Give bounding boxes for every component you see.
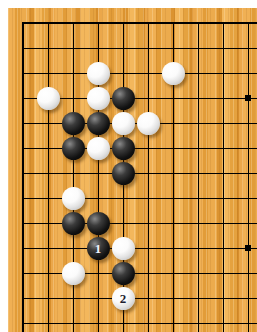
grid-line-vertical: [223, 22, 224, 332]
grid-line-horizontal: [22, 173, 257, 174]
white-stone[interactable]: [62, 262, 85, 285]
black-stone[interactable]: 1: [87, 237, 110, 260]
grid-line-horizontal: [22, 198, 257, 199]
go-board[interactable]: 12: [8, 8, 257, 332]
white-stone[interactable]: [62, 187, 85, 210]
grid-line-vertical: [148, 22, 149, 332]
move-number-label: 2: [120, 292, 127, 305]
white-stone[interactable]: [87, 62, 110, 85]
white-stone[interactable]: [37, 87, 60, 110]
black-stone[interactable]: [112, 87, 135, 110]
black-stone[interactable]: [62, 137, 85, 160]
grid-line-horizontal: [22, 248, 257, 249]
black-stone[interactable]: [62, 212, 85, 235]
white-stone[interactable]: 2: [112, 287, 135, 310]
grid-line-horizontal: [22, 323, 257, 324]
black-stone[interactable]: [112, 162, 135, 185]
go-diagram: 12: [0, 0, 257, 332]
grid-line-horizontal: [22, 223, 257, 224]
grid-line-horizontal: [22, 148, 257, 149]
grid-line-horizontal: [22, 298, 257, 299]
star-point: [245, 95, 251, 101]
white-stone[interactable]: [162, 62, 185, 85]
black-stone[interactable]: [112, 262, 135, 285]
grid-line-vertical: [73, 22, 74, 332]
board-edge-line-top: [22, 22, 257, 24]
white-stone[interactable]: [137, 112, 160, 135]
grid-line-horizontal: [22, 48, 257, 49]
black-stone[interactable]: [87, 112, 110, 135]
star-point: [245, 245, 251, 251]
grid-line-vertical: [198, 22, 199, 332]
white-stone[interactable]: [87, 137, 110, 160]
white-stone[interactable]: [87, 87, 110, 110]
white-stone[interactable]: [112, 112, 135, 135]
grid-line-vertical: [48, 22, 49, 332]
grid-line-horizontal: [22, 273, 257, 274]
black-stone[interactable]: [112, 137, 135, 160]
move-number-label: 1: [95, 242, 102, 255]
grid-line-horizontal: [22, 73, 257, 74]
black-stone[interactable]: [62, 112, 85, 135]
black-stone[interactable]: [87, 212, 110, 235]
board-edge-line-left: [22, 22, 24, 332]
grid-line-vertical: [248, 22, 249, 332]
white-stone[interactable]: [112, 237, 135, 260]
